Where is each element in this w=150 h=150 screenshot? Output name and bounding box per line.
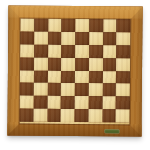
square-e6[interactable] (75, 45, 89, 58)
photo-background (0, 0, 150, 150)
square-d8[interactable] (62, 19, 76, 32)
square-e5[interactable] (75, 58, 89, 71)
square-g1[interactable] (102, 109, 116, 122)
square-f3[interactable] (89, 83, 103, 96)
square-c4[interactable] (47, 70, 61, 83)
square-b6[interactable] (34, 44, 48, 57)
square-h7[interactable] (116, 32, 130, 45)
square-a7[interactable] (20, 31, 34, 44)
square-b8[interactable] (34, 19, 48, 32)
square-a1[interactable] (20, 109, 34, 122)
square-g6[interactable] (103, 45, 117, 58)
square-b4[interactable] (34, 70, 48, 83)
square-g7[interactable] (103, 32, 117, 45)
square-b1[interactable] (33, 109, 47, 122)
square-c8[interactable] (48, 19, 62, 32)
square-e2[interactable] (75, 96, 89, 109)
square-g8[interactable] (103, 19, 117, 32)
square-a8[interactable] (20, 19, 34, 32)
board-grid (20, 19, 131, 123)
brand-sticker (104, 129, 119, 133)
square-d7[interactable] (61, 32, 75, 45)
square-b2[interactable] (33, 96, 47, 109)
square-h8[interactable] (117, 19, 131, 32)
square-f5[interactable] (89, 58, 103, 71)
square-g5[interactable] (103, 58, 117, 71)
square-c1[interactable] (47, 109, 61, 122)
square-g4[interactable] (102, 71, 116, 84)
square-f6[interactable] (89, 45, 103, 58)
square-h5[interactable] (116, 58, 130, 71)
square-d1[interactable] (61, 109, 75, 122)
square-h2[interactable] (116, 97, 130, 110)
square-c2[interactable] (47, 96, 61, 109)
square-e4[interactable] (75, 71, 89, 84)
square-a3[interactable] (20, 83, 34, 96)
square-d3[interactable] (61, 83, 75, 96)
square-f2[interactable] (88, 96, 102, 109)
square-d4[interactable] (61, 70, 75, 83)
square-a6[interactable] (20, 44, 34, 57)
square-e8[interactable] (75, 19, 89, 32)
square-c5[interactable] (48, 57, 62, 70)
square-g3[interactable] (102, 84, 116, 97)
square-b5[interactable] (34, 57, 48, 70)
chess-board (7, 5, 142, 136)
square-d6[interactable] (61, 45, 75, 58)
square-d5[interactable] (61, 58, 75, 71)
square-e3[interactable] (75, 83, 89, 96)
square-a5[interactable] (20, 57, 34, 70)
square-f8[interactable] (89, 19, 103, 32)
square-a4[interactable] (20, 70, 34, 83)
square-h4[interactable] (116, 71, 130, 84)
square-d2[interactable] (61, 96, 75, 109)
square-c3[interactable] (47, 83, 61, 96)
square-h3[interactable] (116, 84, 130, 97)
square-h6[interactable] (116, 45, 130, 58)
board-playfield (20, 19, 131, 125)
square-f1[interactable] (88, 109, 102, 122)
square-c6[interactable] (48, 45, 62, 58)
square-h1[interactable] (116, 109, 130, 122)
square-e1[interactable] (75, 109, 89, 122)
square-b7[interactable] (34, 32, 48, 45)
square-c7[interactable] (48, 32, 62, 45)
square-e7[interactable] (75, 32, 89, 45)
square-a2[interactable] (20, 96, 34, 109)
square-f4[interactable] (89, 71, 103, 84)
square-b3[interactable] (34, 83, 48, 96)
square-f7[interactable] (89, 32, 103, 45)
square-g2[interactable] (102, 96, 116, 109)
